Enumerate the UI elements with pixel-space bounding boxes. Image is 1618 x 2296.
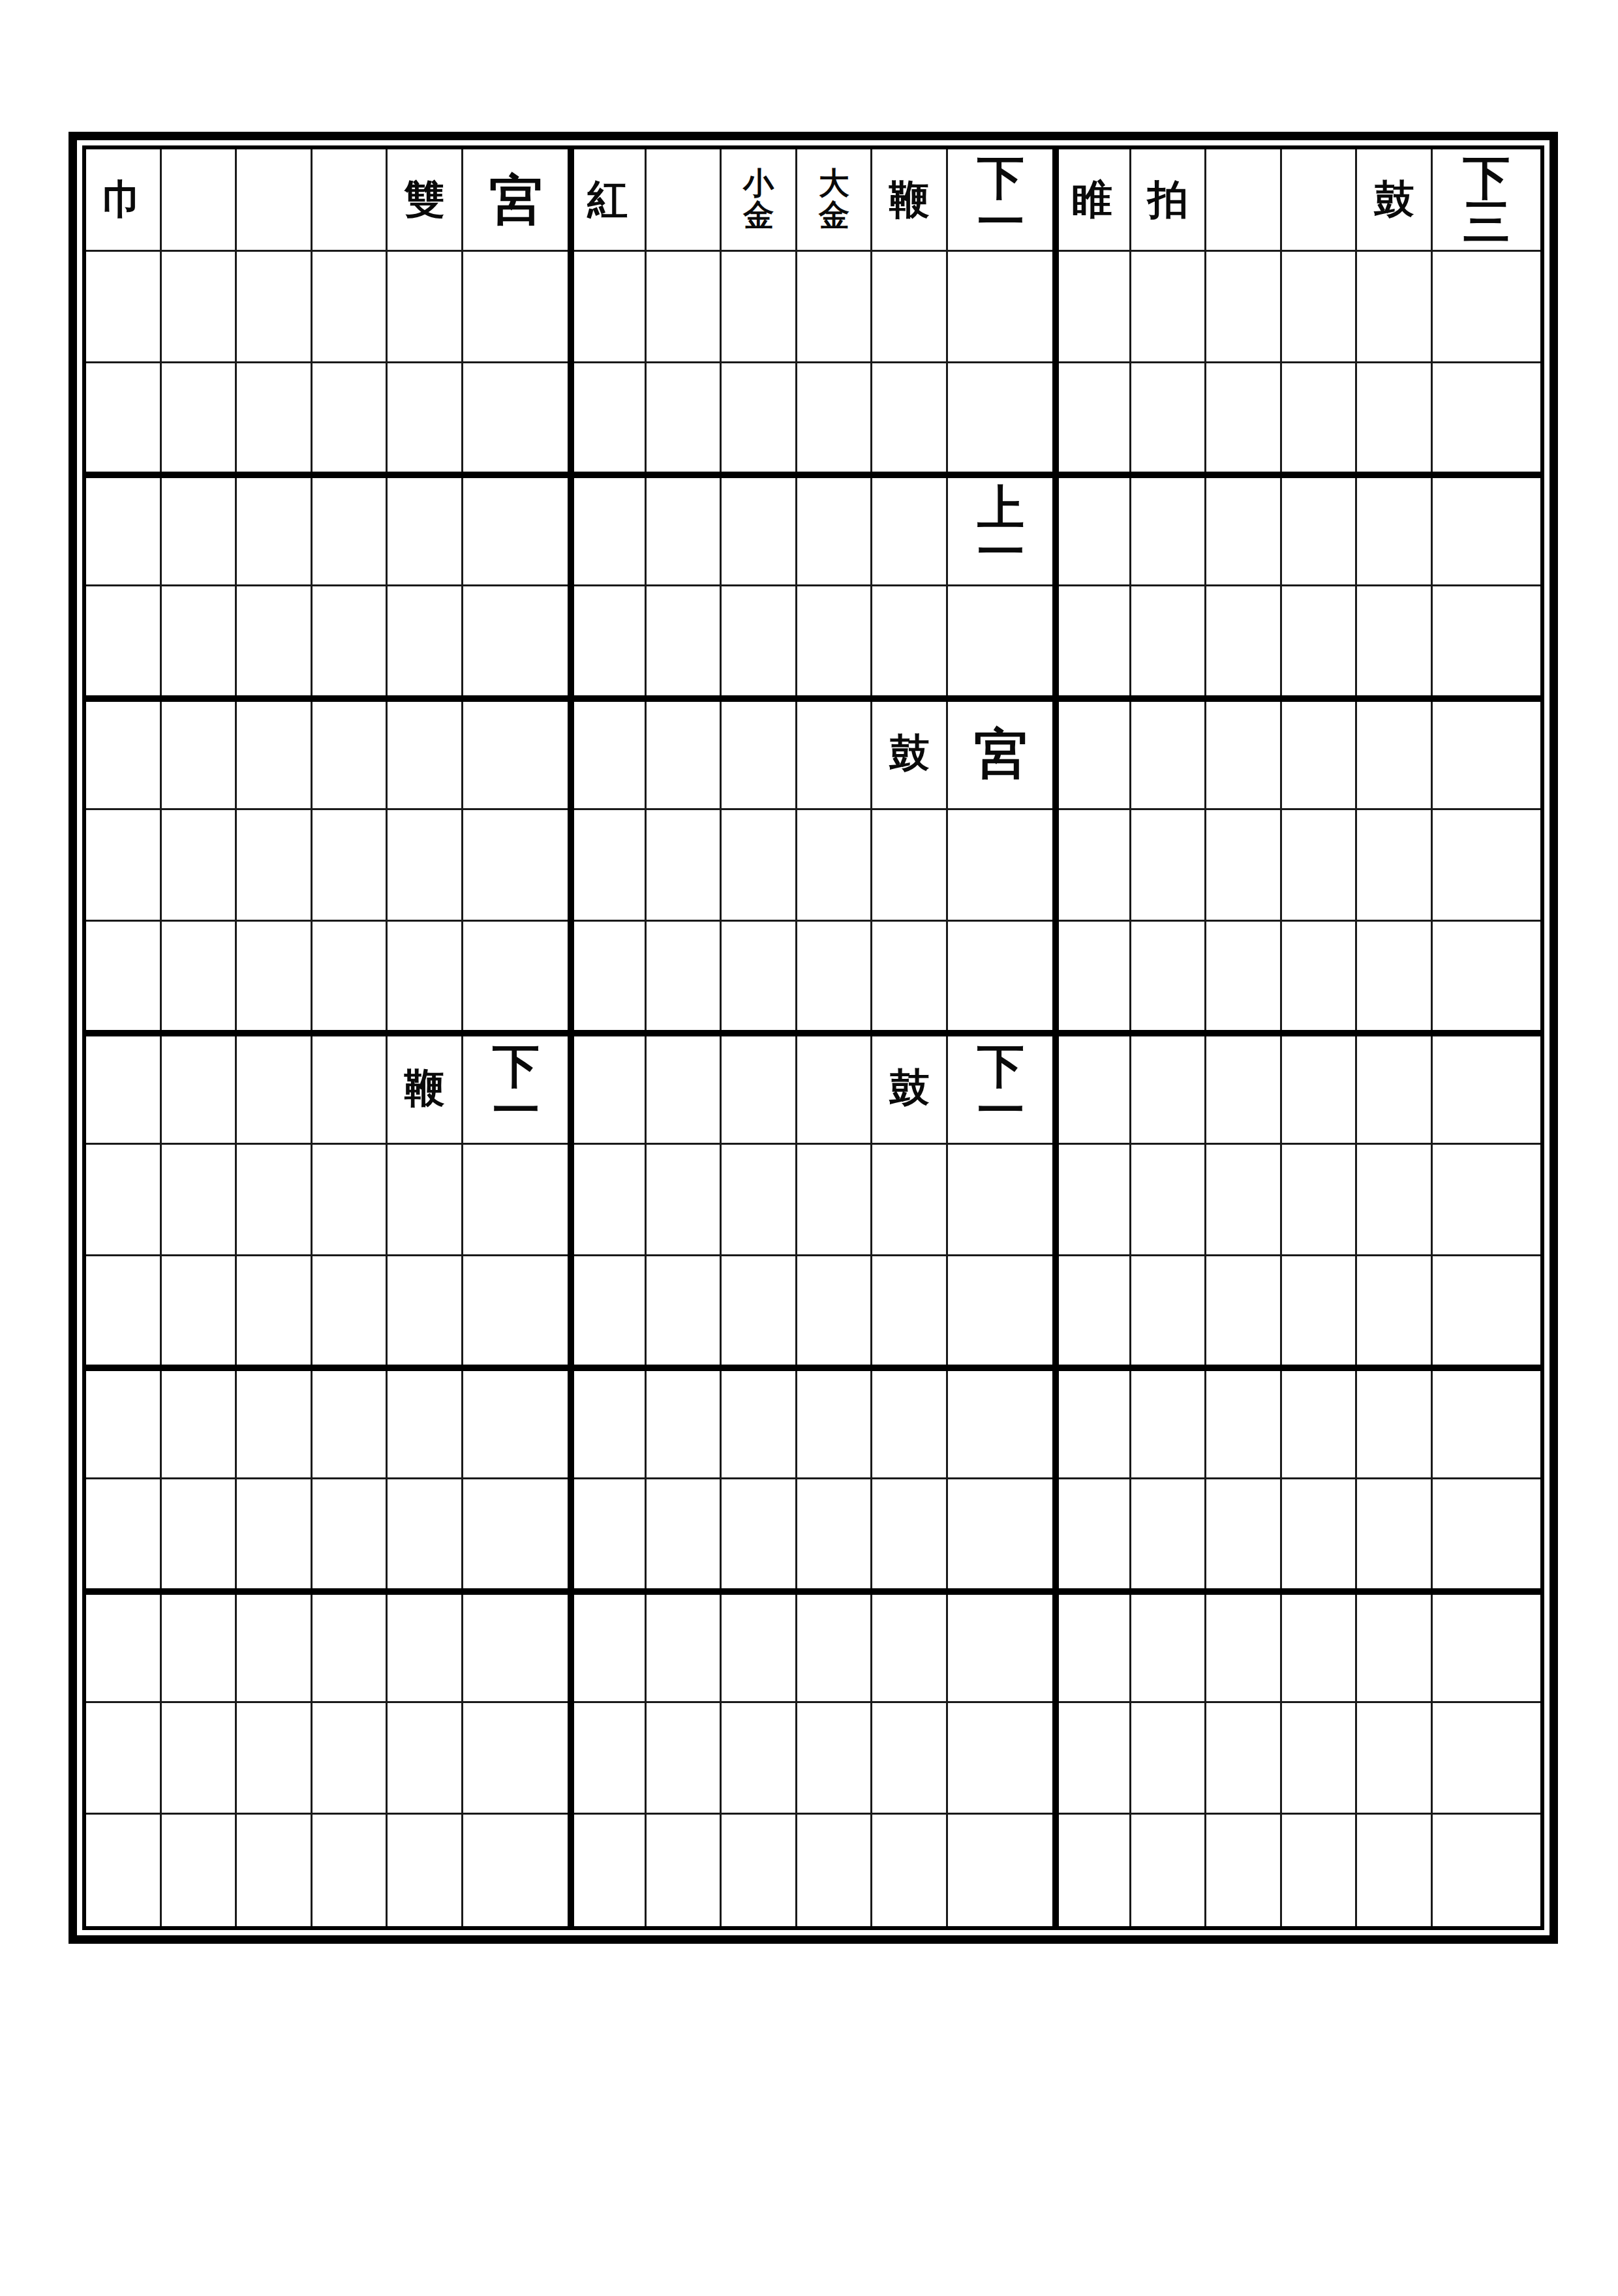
jeonggan-cell — [1131, 699, 1207, 810]
jeonggan-cell-filled: 紅 — [571, 149, 647, 252]
jeonggan-cell — [86, 810, 162, 922]
jeonggan-cell — [1206, 475, 1282, 586]
notation-glyph: 宮 — [489, 173, 543, 226]
jeonggan-cell — [571, 1368, 647, 1479]
jeonggan-cell — [1056, 1592, 1131, 1703]
jeonggan-cell — [313, 1592, 388, 1703]
jeonggan-cell — [1131, 252, 1207, 363]
jeonggan-cell — [1131, 586, 1207, 698]
jeonggan-cell — [162, 586, 237, 698]
jeonggan-cell — [237, 922, 313, 1033]
jeonggan-cell — [1056, 363, 1131, 475]
jeonggan-cell — [1282, 1703, 1358, 1815]
jeonggan-cell — [1282, 1815, 1358, 1926]
jeonggan-cell — [237, 475, 313, 586]
jeonggan-cell — [571, 699, 647, 810]
jeonggan-cell — [313, 252, 388, 363]
jeonggan-cell — [313, 1145, 388, 1256]
jeonggan-cell — [722, 1703, 797, 1815]
section-divider-line — [86, 695, 1540, 702]
jeonggan-cell — [1206, 1368, 1282, 1479]
jeonggan-cell — [1433, 1703, 1540, 1815]
jeonggan-cell — [237, 149, 313, 252]
jeonggan-cell — [237, 1703, 313, 1815]
jeonggan-cell — [388, 1592, 463, 1703]
jeonggan-cell — [463, 1256, 571, 1368]
jeonggan-cell — [797, 1256, 873, 1368]
jeonggan-cell — [86, 252, 162, 363]
jeonggan-cell — [86, 1033, 162, 1145]
jeonggan-cell — [1357, 1033, 1433, 1145]
jeonggan-cell — [1433, 1368, 1540, 1479]
notation-glyph: 下 — [977, 155, 1024, 200]
jeonggan-cell — [1206, 1256, 1282, 1368]
jeonggan-cell — [1131, 1033, 1207, 1145]
jeonggan-cell — [1357, 699, 1433, 810]
jeonggan-cell — [571, 586, 647, 698]
jeonggan-cell — [571, 1592, 647, 1703]
jeonggan-cell — [647, 810, 722, 922]
notation-glyph: 鼓 — [889, 733, 930, 774]
board-inner-frame: 巾雙宮紅小金大金鞭下一睢拍鼓下三上一鼓宮鞭下一鼓下一 — [82, 145, 1544, 1930]
jeonggan-cell — [797, 1479, 873, 1591]
jeonggan-cell — [1433, 810, 1540, 922]
jeonggan-cell-filled: 上一 — [948, 475, 1056, 586]
jeonggan-cell — [463, 1368, 571, 1479]
jeonggan-cell — [797, 475, 873, 586]
jeonggan-cell — [571, 1256, 647, 1368]
jeonggan-cell — [948, 1145, 1056, 1256]
jeonggan-cell — [237, 1479, 313, 1591]
jeonggan-cell — [1131, 1703, 1207, 1815]
jeonggan-cell — [463, 1479, 571, 1591]
notation-glyph: 拍 — [1148, 179, 1188, 220]
jeonggan-cell — [86, 1368, 162, 1479]
jeonggan-cell — [1056, 1256, 1131, 1368]
jeonggan-cell — [1357, 1368, 1433, 1479]
jeonggan-cell — [162, 810, 237, 922]
jeonggan-cell — [1357, 475, 1433, 586]
jeonggan-cell — [1131, 1592, 1207, 1703]
section-divider-line — [86, 1588, 1540, 1595]
jeonggan-cell — [1433, 1815, 1540, 1926]
jeonggan-cell-filled: 小金 — [722, 149, 797, 252]
jeonggan-cell — [1056, 586, 1131, 698]
jeonggan-cell — [797, 810, 873, 922]
jeonggan-cell — [647, 1479, 722, 1591]
jeonggan-cell — [86, 1145, 162, 1256]
jeonggan-cell — [313, 810, 388, 922]
notation-glyph: 一 — [977, 200, 1024, 244]
jeonggan-cell — [237, 1815, 313, 1926]
jeonggan-cell — [872, 1368, 948, 1479]
notation-glyph: 三 — [1463, 200, 1510, 244]
jeonggan-cell — [1056, 1033, 1131, 1145]
jeonggan-cell — [872, 810, 948, 922]
jeonggan-cell — [1056, 699, 1131, 810]
jeonggan-cell — [647, 1145, 722, 1256]
jeonggan-cell — [162, 1479, 237, 1591]
jeonggan-cell — [162, 922, 237, 1033]
notation-glyph: 一 — [493, 1088, 540, 1132]
jeonggan-cell — [1282, 252, 1358, 363]
jeonggan-cell — [1282, 1145, 1358, 1256]
jeonggan-cell-filled: 鼓 — [1357, 149, 1433, 252]
jeonggan-cell — [313, 699, 388, 810]
jeonggan-cell — [237, 1033, 313, 1145]
jeonggan-cell — [948, 1479, 1056, 1591]
jeonggan-cell — [1357, 922, 1433, 1033]
jeonggan-cell — [313, 586, 388, 698]
jeonggan-cell — [1433, 1479, 1540, 1591]
jeonggan-cell — [647, 1256, 722, 1368]
jeonggan-cell — [1131, 1368, 1207, 1479]
jeonggan-cell — [647, 699, 722, 810]
jeonggan-cell — [1206, 586, 1282, 698]
section-divider-line — [86, 1365, 1540, 1371]
jeonggan-cell — [1206, 699, 1282, 810]
jeonggan-cell — [86, 922, 162, 1033]
jeonggan-cell — [313, 1256, 388, 1368]
jeonggan-cell-filled: 下一 — [463, 1033, 571, 1145]
jeonggan-cell — [872, 363, 948, 475]
notation-glyph: 上 — [977, 485, 1024, 530]
jeonggan-cell — [722, 1368, 797, 1479]
jeonggan-cell-filled: 鞭 — [388, 1033, 463, 1145]
jeonggan-cell — [86, 1479, 162, 1591]
jeonggan-cell — [722, 475, 797, 586]
jeonggan-cell — [1282, 475, 1358, 586]
jeonggan-cell — [571, 922, 647, 1033]
jeonggan-cell — [1056, 1145, 1131, 1256]
jeonggan-cell-filled: 下一 — [948, 149, 1056, 252]
jeonggan-cell — [463, 1592, 571, 1703]
jeonggan-cell — [571, 475, 647, 586]
jeonggan-cell — [1357, 1815, 1433, 1926]
jeonggan-cell — [1357, 586, 1433, 698]
jeonggan-cell — [1433, 922, 1540, 1033]
jeonggan-cell — [722, 586, 797, 698]
jeonggan-cell — [722, 1479, 797, 1591]
jeonggan-cell — [872, 922, 948, 1033]
jeonggan-cell — [722, 810, 797, 922]
jeonggan-cell — [1282, 1479, 1358, 1591]
jeonggan-cell — [86, 1815, 162, 1926]
jeonggan-cell — [86, 699, 162, 810]
jeonggan-cell — [1056, 475, 1131, 586]
jeonggan-cell — [1433, 1256, 1540, 1368]
jeonggan-cell — [647, 149, 722, 252]
jeonggan-cell-filled: 大金 — [797, 149, 873, 252]
jeonggan-cell — [722, 363, 797, 475]
jeonggan-cell — [1131, 810, 1207, 922]
notation-glyph: 巾 — [102, 179, 143, 220]
jeonggan-cell — [237, 699, 313, 810]
jeonggan-cell — [388, 922, 463, 1033]
jeonggan-cell-filled: 下一 — [948, 1033, 1056, 1145]
jeonggan-cell — [463, 1703, 571, 1815]
jeonggan-cell — [313, 1815, 388, 1926]
jeonggan-cell — [1206, 1703, 1282, 1815]
jeonggan-cell — [948, 1815, 1056, 1926]
jeonggan-cell — [797, 1815, 873, 1926]
notation-glyph: 紅 — [587, 179, 628, 220]
jeonggan-cell — [872, 1145, 948, 1256]
jeonggan-cell — [872, 1479, 948, 1591]
jeonggan-cell — [797, 1145, 873, 1256]
jeonggan-cell — [86, 1256, 162, 1368]
jeonggan-cell-filled: 睢 — [1056, 149, 1131, 252]
jeonggan-cell — [1282, 1256, 1358, 1368]
jeonggan-cell — [1131, 1815, 1207, 1926]
jeonggan-cell — [797, 363, 873, 475]
jeonggan-cell — [1282, 586, 1358, 698]
jeonggan-cell — [388, 1145, 463, 1256]
jeonggan-cell — [313, 1033, 388, 1145]
jeonggan-cell — [162, 363, 237, 475]
jeonggan-cell — [1357, 1145, 1433, 1256]
jeonggan-cell — [1282, 810, 1358, 922]
jeonggan-cell — [722, 699, 797, 810]
jeonggan-cell — [722, 1145, 797, 1256]
jeonggan-cell — [722, 1033, 797, 1145]
jeonggan-cell — [313, 1703, 388, 1815]
jeonggan-cell-filled: 下三 — [1433, 149, 1540, 252]
jeonggan-cell — [948, 1592, 1056, 1703]
jeonggan-cell — [1131, 1145, 1207, 1256]
jeonggan-cell — [1282, 1592, 1358, 1703]
jeonggan-cell — [388, 252, 463, 363]
notation-glyph: 宮 — [974, 727, 1028, 780]
jeonggan-cell — [1206, 1592, 1282, 1703]
jeonggan-cell — [463, 1145, 571, 1256]
jeonggan-cell — [1357, 1256, 1433, 1368]
jeonggan-cell — [86, 586, 162, 698]
jeonggan-cell — [388, 1368, 463, 1479]
jeonggan-cell — [388, 810, 463, 922]
jeonggan-cell — [237, 1145, 313, 1256]
jeonggan-cell-filled: 宮 — [463, 149, 571, 252]
jeonggan-cell — [1433, 699, 1540, 810]
jeonggan-cell — [162, 1592, 237, 1703]
jeonggan-cell — [1206, 1479, 1282, 1591]
notation-glyph: 鼓 — [1374, 179, 1414, 220]
jeongganbo-grid: 巾雙宮紅小金大金鞭下一睢拍鼓下三上一鼓宮鞭下一鼓下一 — [86, 149, 1540, 1926]
jeonggan-cell — [797, 1592, 873, 1703]
jeonggan-cell — [571, 810, 647, 922]
jeonggan-cell — [1357, 1703, 1433, 1815]
jeonggan-cell-filled: 鼓 — [872, 1033, 948, 1145]
jeonggan-cell — [388, 586, 463, 698]
jeonggan-cell — [948, 1256, 1056, 1368]
jeonggan-cell-filled: 宮 — [948, 699, 1056, 810]
jeonggan-cell — [1282, 363, 1358, 475]
notation-glyph: 下 — [493, 1044, 540, 1088]
jeonggan-cell — [722, 922, 797, 1033]
jeonggan-cell — [571, 252, 647, 363]
jeonggan-cell — [1433, 363, 1540, 475]
jeonggan-cell — [313, 363, 388, 475]
jeonggan-cell — [571, 363, 647, 475]
jeonggan-cell — [162, 1815, 237, 1926]
jeonggan-cell — [1131, 1479, 1207, 1591]
jeonggan-cell — [463, 475, 571, 586]
notation-glyph: 下 — [1463, 155, 1510, 200]
jeonggan-cell — [872, 1592, 948, 1703]
jeonggan-cell — [463, 810, 571, 922]
jeonggan-cell — [872, 1815, 948, 1926]
jeonggan-cell — [647, 1592, 722, 1703]
jeonggan-cell — [948, 810, 1056, 922]
jeonggan-cell — [1206, 1145, 1282, 1256]
notation-glyph: 一 — [977, 530, 1024, 574]
jeonggan-cell — [162, 1145, 237, 1256]
jeonggan-cell — [313, 922, 388, 1033]
jeonggan-cell — [1206, 810, 1282, 922]
jeonggan-cell — [948, 922, 1056, 1033]
jeonggan-cell — [1056, 1703, 1131, 1815]
jeonggan-cell — [722, 1256, 797, 1368]
notation-glyph: 小 — [743, 168, 774, 200]
jeonggan-cell — [948, 252, 1056, 363]
jeonggan-cell — [797, 1703, 873, 1815]
jeonggan-cell — [1206, 1033, 1282, 1145]
jeonggan-cell — [463, 699, 571, 810]
jeonggan-cell — [313, 149, 388, 252]
jeonggan-cell-filled: 雙 — [388, 149, 463, 252]
jeonggan-cell — [1282, 1368, 1358, 1479]
jeonggan-cell-filled: 巾 — [86, 149, 162, 252]
jeonggan-cell — [872, 586, 948, 698]
jeonggan-cell — [463, 586, 571, 698]
jeonggan-cell — [647, 363, 722, 475]
jeonggan-cell — [1206, 922, 1282, 1033]
jeonggan-cell — [1206, 252, 1282, 363]
jeonggan-cell — [1433, 1592, 1540, 1703]
jeonggan-cell — [313, 475, 388, 586]
jeonggan-cell — [1357, 1479, 1433, 1591]
notation-glyph: 鞭 — [404, 1068, 445, 1108]
jeonggan-cell — [162, 1033, 237, 1145]
jeonggan-cell — [571, 1033, 647, 1145]
jeonggan-cell — [722, 252, 797, 363]
group-divider-line — [1052, 149, 1059, 1926]
jeonggan-cell — [388, 1256, 463, 1368]
jeonggan-cell — [237, 810, 313, 922]
jeonggan-cell — [872, 1703, 948, 1815]
jeonggan-cell-filled: 拍 — [1131, 149, 1207, 252]
jeonggan-cell — [647, 1368, 722, 1479]
jeonggan-cell — [1357, 810, 1433, 922]
jeonggan-cell — [388, 699, 463, 810]
jeonggan-cell — [1433, 1145, 1540, 1256]
jeonggan-cell — [162, 1703, 237, 1815]
jeonggan-cell — [797, 1033, 873, 1145]
jeonggan-cell — [1282, 922, 1358, 1033]
section-divider-line — [86, 472, 1540, 478]
jeonggan-cell — [388, 1479, 463, 1591]
jeonggan-cell — [463, 363, 571, 475]
jeonggan-cell — [388, 363, 463, 475]
jeonggan-cell — [1206, 149, 1282, 252]
jeonggan-cell — [1131, 475, 1207, 586]
jeonggan-cell — [571, 1815, 647, 1926]
notation-glyph: 鞭 — [889, 179, 930, 220]
jeonggan-cell — [1433, 1033, 1540, 1145]
jeongganbo-board: 巾雙宮紅小金大金鞭下一睢拍鼓下三上一鼓宮鞭下一鼓下一 — [69, 132, 1558, 1944]
notation-glyph: 睢 — [1072, 179, 1112, 220]
jeonggan-cell — [948, 586, 1056, 698]
notation-glyph: 一 — [977, 1088, 1024, 1132]
jeonggan-cell — [237, 252, 313, 363]
jeonggan-cell — [237, 1256, 313, 1368]
jeonggan-cell — [1282, 149, 1358, 252]
jeonggan-cell — [647, 922, 722, 1033]
jeonggan-cell — [1282, 699, 1358, 810]
jeonggan-cell — [948, 363, 1056, 475]
jeonggan-cell — [388, 1815, 463, 1926]
jeonggan-cell — [647, 586, 722, 698]
notation-glyph: 大 — [819, 168, 849, 200]
jeonggan-cell — [313, 1479, 388, 1591]
notation-glyph: 金 — [743, 200, 774, 232]
jeonggan-cell — [1433, 252, 1540, 363]
jeonggan-cell — [1131, 363, 1207, 475]
jeonggan-cell — [1131, 1256, 1207, 1368]
jeonggan-cell — [1056, 1815, 1131, 1926]
jeonggan-cell — [463, 252, 571, 363]
jeonggan-cell — [1206, 363, 1282, 475]
jeonggan-cell — [797, 1368, 873, 1479]
jeonggan-cell — [162, 149, 237, 252]
jeonggan-cell — [722, 1815, 797, 1926]
jeonggan-cell — [722, 1592, 797, 1703]
notation-glyph: 雙 — [404, 179, 445, 220]
jeonggan-cell — [1433, 586, 1540, 698]
jeonggan-cell — [86, 1592, 162, 1703]
jeonggan-cell — [948, 1703, 1056, 1815]
jeonggan-cell — [647, 1033, 722, 1145]
jeonggan-cell — [872, 252, 948, 363]
jeonggan-cell-filled: 鞭 — [872, 149, 948, 252]
jeonggan-cell — [237, 1592, 313, 1703]
jeonggan-cell — [571, 1479, 647, 1591]
notation-glyph: 金 — [819, 200, 849, 232]
jeonggan-cell — [1282, 1033, 1358, 1145]
jeonggan-cell — [797, 252, 873, 363]
jeonggan-cell — [1131, 922, 1207, 1033]
jeonggan-cell — [797, 922, 873, 1033]
jeonggan-cell — [872, 1256, 948, 1368]
jeonggan-cell — [237, 586, 313, 698]
jeonggan-cell — [463, 1815, 571, 1926]
jeonggan-cell — [1056, 810, 1131, 922]
jeonggan-cell — [797, 699, 873, 810]
notation-glyph: 鼓 — [889, 1068, 930, 1108]
jeonggan-cell — [162, 1256, 237, 1368]
jeonggan-cell — [237, 363, 313, 475]
jeonggan-cell — [313, 1368, 388, 1479]
jeonggan-cell — [1433, 475, 1540, 586]
jeonggan-cell — [797, 586, 873, 698]
jeonggan-cell — [872, 475, 948, 586]
jeonggan-cell — [162, 475, 237, 586]
jeonggan-cell — [647, 1703, 722, 1815]
jeonggan-cell — [1206, 1815, 1282, 1926]
notation-glyph: 下 — [977, 1044, 1024, 1088]
jeonggan-cell — [388, 475, 463, 586]
jeonggan-cell — [463, 922, 571, 1033]
